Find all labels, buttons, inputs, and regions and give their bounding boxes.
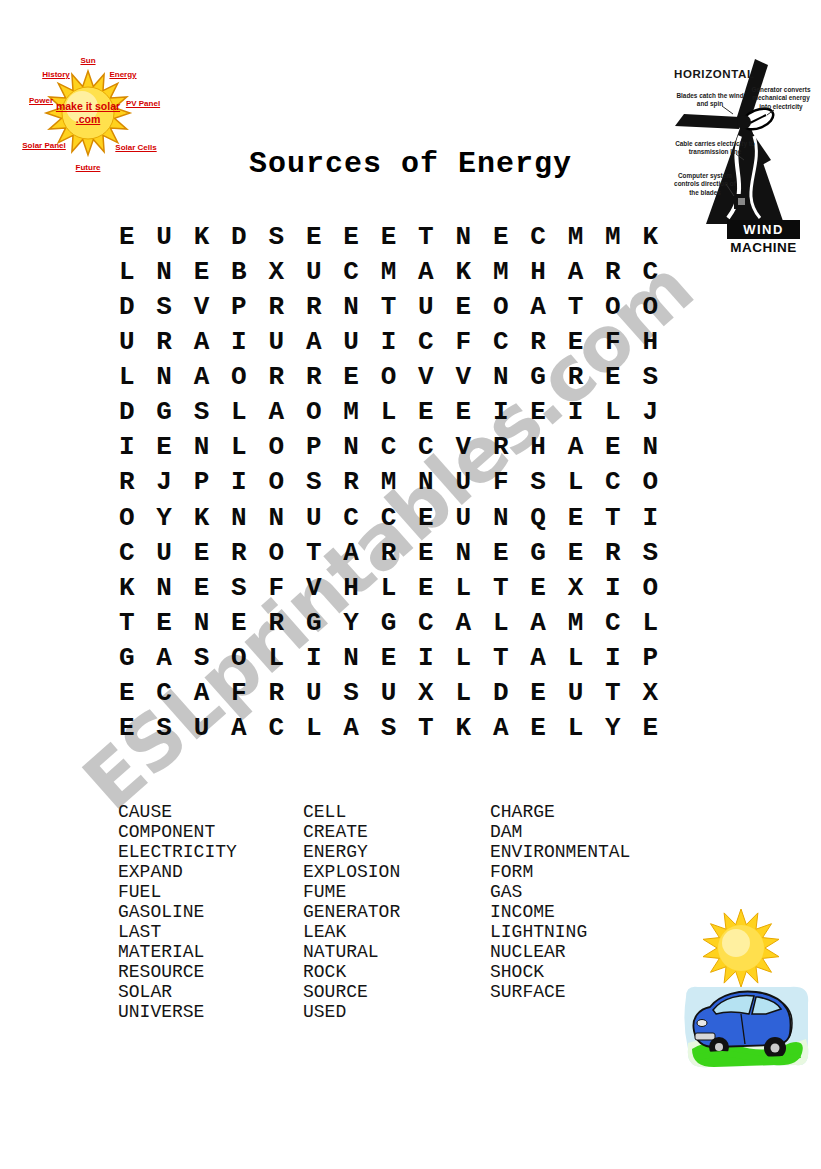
grid-cell: V [445,360,482,395]
grid-cell: C [482,324,519,359]
grid-cell: L [370,395,407,430]
grid-cell: N [407,465,444,500]
grid-cell: E [108,219,145,254]
logo-label-history: History [42,70,70,79]
grid-cell: S [183,641,220,676]
grid-cell: E [445,395,482,430]
grid-cell: E [145,430,182,465]
grid-cell: L [295,711,332,746]
word-list-column-1: CAUSECOMPONENTELECTRICITYEXPANDFUELGASOL… [118,802,237,1022]
grid-cell: C [370,430,407,465]
grid-cell: E [407,500,444,535]
grid-cell: A [407,254,444,289]
grid-cell: N [332,641,369,676]
grid-cell: L [557,641,594,676]
word-list-item: INCOME [490,902,630,922]
grid-cell: S [145,711,182,746]
grid-cell: M [557,219,594,254]
grid-cell: N [220,500,257,535]
grid-cell: E [519,570,556,605]
wind-diagram-heading: HORIZONTAL [674,68,755,80]
grid-cell: L [482,605,519,640]
grid-cell: A [183,676,220,711]
grid-cell: L [557,465,594,500]
grid-cell: J [145,465,182,500]
word-list-item: FUME [303,882,400,902]
grid-cell: H [332,570,369,605]
grid-cell: E [519,676,556,711]
word-list-item: SURFACE [490,982,630,1002]
grid-cell: H [519,430,556,465]
word-list-item: DAM [490,822,630,842]
grid-cell: U [145,219,182,254]
grid-cell: E [332,360,369,395]
grid-cell: R [145,324,182,359]
word-list-item: UNIVERSE [118,1002,237,1022]
wind-machine-diagram: HORIZONTAL Blades catch the wind and spi… [670,56,818,254]
grid-cell: E [557,535,594,570]
grid-cell: E [594,360,631,395]
grid-cell: N [482,360,519,395]
grid-cell: I [220,324,257,359]
grid-cell: X [557,570,594,605]
grid-cell: E [145,605,182,640]
grid-cell: N [145,570,182,605]
grid-cell: G [145,395,182,430]
grid-cell: V [183,289,220,324]
grid-cell: V [295,570,332,605]
grid-cell: O [108,500,145,535]
wind-note-cable: Cable carries electricity to transmissio… [674,140,756,157]
worksheet-page: ESLprintables.com make it solar .com Sun… [0,0,821,1169]
grid-cell: E [183,570,220,605]
grid-cell: S [632,360,669,395]
word-list-column-2: CELLCREATEENERGYEXPLOSIONFUMEGENERATORLE… [303,802,400,1022]
grid-cell: U [445,465,482,500]
grid-cell: A [332,711,369,746]
grid-cell: F [594,324,631,359]
grid-cell: X [258,254,295,289]
letter-grid: EUKDSEEETNECMMKLNEBXUCMAKMHARCDSVPRRNTUE… [108,219,669,746]
grid-cell: L [370,570,407,605]
grid-cell: R [108,465,145,500]
grid-cell: O [632,289,669,324]
logo-label-sun: Sun [80,56,95,65]
word-list-item: USED [303,1002,400,1022]
grid-cell: D [220,219,257,254]
grid-cell: E [295,219,332,254]
grid-cell: R [295,360,332,395]
car-icon [678,983,818,1077]
grid-cell: L [258,641,295,676]
word-list-item: CREATE [303,822,400,842]
grid-cell: G [295,605,332,640]
grid-cell: U [332,324,369,359]
grid-cell: I [594,641,631,676]
grid-cell: P [220,289,257,324]
grid-cell: B [220,254,257,289]
grid-cell: O [632,570,669,605]
grid-cell: O [295,395,332,430]
logo-site-domain: .com [76,113,101,125]
grid-cell: R [557,360,594,395]
grid-cell: A [557,254,594,289]
grid-cell: E [183,254,220,289]
grid-cell: S [145,289,182,324]
grid-cell: U [295,254,332,289]
grid-cell: A [220,711,257,746]
word-list-item: MATERIAL [118,942,237,962]
grid-cell: T [594,676,631,711]
grid-cell: D [108,289,145,324]
grid-cell: O [482,289,519,324]
grid-cell: K [632,219,669,254]
grid-cell: R [482,430,519,465]
grid-cell: E [108,711,145,746]
word-list-item: COMPONENT [118,822,237,842]
wind-note-generator: Generator converts mechanical energy int… [746,86,816,111]
logo-site-name: make it solar [56,100,120,112]
grid-cell: U [145,535,182,570]
grid-cell: N [183,605,220,640]
grid-cell: R [258,676,295,711]
word-list-item: NUCLEAR [490,942,630,962]
word-list-item: FUEL [118,882,237,902]
grid-cell: A [295,324,332,359]
grid-cell: A [183,360,220,395]
grid-cell: L [557,711,594,746]
grid-cell: N [145,360,182,395]
grid-cell: K [445,711,482,746]
grid-cell: O [370,360,407,395]
grid-cell: V [445,430,482,465]
grid-cell: N [445,219,482,254]
grid-cell: U [295,500,332,535]
word-list-item: ENERGY [303,842,400,862]
logo-label-power: Power [29,96,53,105]
grid-cell: O [220,360,257,395]
word-list-item: RESOURCE [118,962,237,982]
grid-cell: E [482,219,519,254]
grid-cell: N [258,500,295,535]
grid-cell: H [632,324,669,359]
grid-cell: Y [332,605,369,640]
grid-cell: L [220,395,257,430]
grid-cell: E [108,676,145,711]
grid-cell: A [258,395,295,430]
grid-cell: M [332,395,369,430]
grid-cell: L [220,430,257,465]
word-list-column-3: CHARGEDAMENVIRONMENTALFORMGASINCOMELIGHT… [490,802,630,1002]
word-list-item: GASOLINE [118,902,237,922]
grid-cell: K [445,254,482,289]
grid-cell: A [482,711,519,746]
grid-cell: U [445,500,482,535]
grid-cell: A [445,605,482,640]
grid-cell: N [632,430,669,465]
grid-cell: N [332,430,369,465]
word-list-item: ROCK [303,962,400,982]
grid-cell: E [370,641,407,676]
grid-cell: N [482,500,519,535]
word-list-item: NATURAL [303,942,400,962]
grid-cell: A [332,535,369,570]
grid-cell: I [594,570,631,605]
grid-cell: C [332,500,369,535]
sun-icon [678,903,818,991]
grid-cell: F [482,465,519,500]
grid-cell: P [295,430,332,465]
grid-cell: E [220,605,257,640]
grid-cell: C [258,711,295,746]
word-list-item: EXPAND [118,862,237,882]
grid-cell: G [519,535,556,570]
grid-cell: J [632,395,669,430]
grid-cell: O [594,289,631,324]
grid-cell: M [482,254,519,289]
grid-cell: R [295,289,332,324]
grid-cell: C [519,219,556,254]
grid-cell: A [519,289,556,324]
grid-cell: E [557,500,594,535]
grid-cell: T [557,289,594,324]
grid-cell: U [557,676,594,711]
grid-cell: I [632,500,669,535]
grid-cell: I [482,395,519,430]
grid-cell: A [557,430,594,465]
grid-cell: R [519,324,556,359]
grid-cell: T [482,570,519,605]
grid-cell: L [445,641,482,676]
grid-cell: G [108,641,145,676]
wind-caption: WIND [727,220,800,239]
grid-cell: Q [519,500,556,535]
grid-cell: M [594,219,631,254]
grid-cell: E [407,535,444,570]
grid-cell: L [632,605,669,640]
grid-cell: E [370,219,407,254]
grid-cell: I [108,430,145,465]
grid-cell: I [370,324,407,359]
grid-cell: S [332,676,369,711]
grid-cell: C [145,676,182,711]
grid-cell: U [370,676,407,711]
grid-cell: I [557,395,594,430]
grid-cell: A [519,641,556,676]
grid-cell: Y [145,500,182,535]
grid-cell: O [632,465,669,500]
grid-cell: F [258,570,295,605]
grid-cell: I [220,465,257,500]
grid-cell: S [519,465,556,500]
grid-cell: E [519,711,556,746]
grid-cell: R [220,535,257,570]
grid-cell: U [295,676,332,711]
grid-cell: P [183,465,220,500]
grid-cell: L [594,395,631,430]
word-list-item: CELL [303,802,400,822]
grid-cell: S [183,395,220,430]
grid-cell: O [220,641,257,676]
word-list-item: SHOCK [490,962,630,982]
grid-cell: T [407,219,444,254]
grid-cell: M [370,254,407,289]
grid-cell: U [183,711,220,746]
word-list-item: CAUSE [118,802,237,822]
grid-cell: G [519,360,556,395]
grid-cell: Y [594,711,631,746]
grid-cell: A [519,605,556,640]
grid-cell: O [258,465,295,500]
grid-cell: K [183,219,220,254]
sun-car-clipart [678,903,818,1075]
wind-note-computer: Computer system controls direction of th… [670,172,740,197]
grid-cell: N [145,254,182,289]
grid-cell: L [445,676,482,711]
grid-cell: R [594,254,631,289]
grid-cell: S [370,711,407,746]
grid-cell: X [632,676,669,711]
grid-cell: R [594,535,631,570]
grid-cell: E [482,535,519,570]
grid-cell: C [370,500,407,535]
grid-cell: L [445,570,482,605]
grid-cell: T [295,535,332,570]
grid-cell: C [632,254,669,289]
grid-cell: L [108,360,145,395]
grid-cell: H [519,254,556,289]
grid-cell: R [258,289,295,324]
word-list-item: SOLAR [118,982,237,1002]
grid-cell: A [145,641,182,676]
grid-cell: E [594,430,631,465]
grid-cell: R [332,465,369,500]
grid-cell: C [407,430,444,465]
grid-cell: E [557,324,594,359]
grid-cell: E [183,535,220,570]
grid-cell: N [445,535,482,570]
logo-label-pv-panel: PV Panel [126,99,160,108]
grid-cell: E [519,395,556,430]
grid-cell: C [594,605,631,640]
grid-cell: U [407,289,444,324]
grid-cell: D [108,395,145,430]
grid-cell: N [332,289,369,324]
grid-cell: R [258,360,295,395]
word-list-item: ENVIRONMENTAL [490,842,630,862]
grid-cell: C [594,465,631,500]
grid-cell: X [407,676,444,711]
grid-cell: C [407,605,444,640]
grid-cell: E [445,289,482,324]
grid-cell: S [220,570,257,605]
grid-cell: F [445,324,482,359]
grid-cell: F [220,676,257,711]
grid-cell: U [108,324,145,359]
grid-cell: T [482,641,519,676]
word-list-item: GAS [490,882,630,902]
grid-cell: K [183,500,220,535]
word-list-item: CHARGE [490,802,630,822]
word-list-item: FORM [490,862,630,882]
wind-note-blades: Blades catch the wind and spin [670,92,750,109]
grid-cell: T [407,711,444,746]
word-list-item: EXPLOSION [303,862,400,882]
grid-cell: T [370,289,407,324]
grid-cell: D [482,676,519,711]
grid-cell: M [370,465,407,500]
grid-cell: E [332,219,369,254]
word-list-item: SOURCE [303,982,400,1002]
grid-cell: O [258,535,295,570]
grid-cell: K [108,570,145,605]
grid-cell: T [108,605,145,640]
grid-cell: O [258,430,295,465]
grid-cell: I [407,641,444,676]
grid-cell: S [632,535,669,570]
grid-cell: G [370,605,407,640]
word-list-item: LEAK [303,922,400,942]
grid-cell: S [295,465,332,500]
grid-cell: I [295,641,332,676]
grid-cell: C [332,254,369,289]
grid-cell: E [407,570,444,605]
grid-cell: U [258,324,295,359]
grid-cell: N [183,430,220,465]
word-list-item: LIGHTNING [490,922,630,942]
grid-cell: E [407,395,444,430]
grid-cell: R [258,605,295,640]
grid-cell: R [370,535,407,570]
grid-cell: T [594,500,631,535]
grid-cell: C [407,324,444,359]
word-list-item: LAST [118,922,237,942]
word-list-item: ELECTRICITY [118,842,237,862]
logo-label-energy: Energy [109,70,136,79]
grid-cell: C [108,535,145,570]
grid-cell: A [183,324,220,359]
word-list-item: GENERATOR [303,902,400,922]
grid-cell: S [258,219,295,254]
grid-cell: E [632,711,669,746]
grid-cell: M [557,605,594,640]
grid-cell: L [108,254,145,289]
machine-caption: MACHINE [716,240,811,255]
grid-cell: P [632,641,669,676]
grid-cell: V [407,360,444,395]
